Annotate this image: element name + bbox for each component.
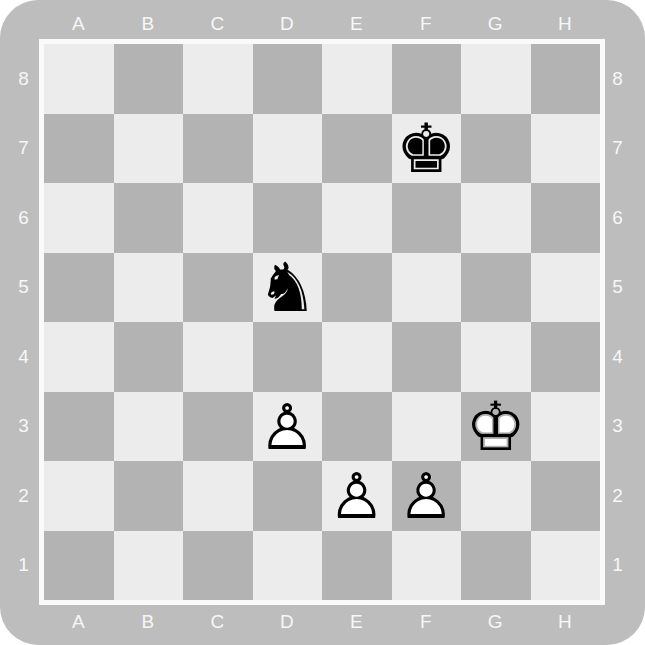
square-f7[interactable]: ♚ [392, 114, 462, 184]
square-h5[interactable] [531, 253, 601, 323]
square-e6[interactable] [322, 183, 392, 253]
king-outline-layer: ♔ [461, 393, 531, 463]
square-f1[interactable] [392, 531, 462, 601]
file-label-d: D [253, 4, 323, 43]
file-label-e: E [322, 603, 392, 641]
square-b5[interactable] [114, 253, 184, 323]
square-b7[interactable] [114, 114, 184, 184]
square-a5[interactable] [44, 253, 114, 323]
square-h6[interactable] [531, 183, 601, 253]
square-b8[interactable] [114, 44, 184, 114]
file-label-b: B [114, 603, 184, 641]
file-labels-top: ABCDEFGH [44, 4, 600, 43]
square-d4[interactable] [253, 322, 323, 392]
square-h1[interactable] [531, 531, 601, 601]
square-a2[interactable] [44, 461, 114, 531]
square-g1[interactable] [461, 531, 531, 601]
square-f2[interactable]: ♟♙ [392, 461, 462, 531]
chess-diagram: ABCDEFGH ABCDEFGH 87654321 87654321 ♚♞♟♙… [0, 0, 645, 645]
square-d7[interactable] [253, 114, 323, 184]
pawn-outline-layer: ♙ [392, 462, 462, 532]
board-inner-margin: ♚♞♟♙♚♔♟♙♟♙ [39, 39, 605, 605]
piece-white-pawn[interactable]: ♟♙ [253, 392, 323, 462]
piece-white-pawn[interactable]: ♟♙ [392, 461, 462, 531]
square-a7[interactable] [44, 114, 114, 184]
square-g6[interactable] [461, 183, 531, 253]
square-h2[interactable] [531, 461, 601, 531]
file-label-c: C [183, 603, 253, 641]
square-c6[interactable] [183, 183, 253, 253]
file-labels-bottom: ABCDEFGH [44, 603, 600, 641]
square-e8[interactable] [322, 44, 392, 114]
square-h4[interactable] [531, 322, 601, 392]
square-c8[interactable] [183, 44, 253, 114]
rank-label-1: 1 [4, 531, 44, 601]
square-b3[interactable] [114, 392, 184, 462]
rank-label-6: 6 [4, 183, 44, 253]
square-g7[interactable] [461, 114, 531, 184]
square-a8[interactable] [44, 44, 114, 114]
square-g3[interactable]: ♚♔ [461, 392, 531, 462]
pawn-outline-layer: ♙ [253, 393, 323, 463]
file-label-f: F [392, 603, 462, 641]
rank-label-5: 5 [4, 253, 44, 323]
square-h7[interactable] [531, 114, 601, 184]
file-label-a: A [44, 4, 114, 43]
square-c3[interactable] [183, 392, 253, 462]
square-c5[interactable] [183, 253, 253, 323]
square-b4[interactable] [114, 322, 184, 392]
square-h8[interactable] [531, 44, 601, 114]
square-f4[interactable] [392, 322, 462, 392]
square-g8[interactable] [461, 44, 531, 114]
square-e1[interactable] [322, 531, 392, 601]
square-d6[interactable] [253, 183, 323, 253]
square-e3[interactable] [322, 392, 392, 462]
square-h3[interactable] [531, 392, 601, 462]
file-label-h: H [531, 603, 601, 641]
square-f3[interactable] [392, 392, 462, 462]
rank-label-7: 7 [4, 114, 44, 184]
file-label-g: G [461, 603, 531, 641]
chess-board: ♚♞♟♙♚♔♟♙♟♙ [44, 44, 600, 600]
square-b1[interactable] [114, 531, 184, 601]
rank-labels-left: 87654321 [4, 44, 44, 600]
knight-glyph: ♞ [253, 254, 323, 324]
board-frame: ABCDEFGH ABCDEFGH 87654321 87654321 ♚♞♟♙… [0, 0, 645, 645]
square-f6[interactable] [392, 183, 462, 253]
rank-label-2: 2 [4, 461, 44, 531]
square-a1[interactable] [44, 531, 114, 601]
rank-label-3: 3 [4, 392, 44, 462]
file-label-f: F [392, 4, 462, 43]
square-f8[interactable] [392, 44, 462, 114]
piece-white-king[interactable]: ♚♔ [461, 392, 531, 462]
square-a3[interactable] [44, 392, 114, 462]
file-label-b: B [114, 4, 184, 43]
square-a4[interactable] [44, 322, 114, 392]
square-c7[interactable] [183, 114, 253, 184]
file-label-c: C [183, 4, 253, 43]
square-c4[interactable] [183, 322, 253, 392]
rank-label-8: 8 [4, 44, 44, 114]
square-b2[interactable] [114, 461, 184, 531]
square-d1[interactable] [253, 531, 323, 601]
square-f5[interactable] [392, 253, 462, 323]
square-d2[interactable] [253, 461, 323, 531]
square-d8[interactable] [253, 44, 323, 114]
pawn-outline-layer: ♙ [322, 462, 392, 532]
square-g4[interactable] [461, 322, 531, 392]
piece-black-king[interactable]: ♚ [392, 114, 462, 184]
square-a6[interactable] [44, 183, 114, 253]
square-e4[interactable] [322, 322, 392, 392]
square-g2[interactable] [461, 461, 531, 531]
king-glyph: ♚ [392, 115, 462, 185]
square-d3[interactable]: ♟♙ [253, 392, 323, 462]
square-e5[interactable] [322, 253, 392, 323]
file-label-d: D [253, 603, 323, 641]
square-e2[interactable]: ♟♙ [322, 461, 392, 531]
file-label-h: H [531, 4, 601, 43]
file-label-g: G [461, 4, 531, 43]
rank-label-4: 4 [4, 322, 44, 392]
square-b6[interactable] [114, 183, 184, 253]
file-label-e: E [322, 4, 392, 43]
square-d5[interactable]: ♞ [253, 253, 323, 323]
piece-black-knight[interactable]: ♞ [253, 253, 323, 323]
square-e7[interactable] [322, 114, 392, 184]
piece-white-pawn[interactable]: ♟♙ [322, 461, 392, 531]
square-c2[interactable] [183, 461, 253, 531]
square-g5[interactable] [461, 253, 531, 323]
square-c1[interactable] [183, 531, 253, 601]
file-label-a: A [44, 603, 114, 641]
